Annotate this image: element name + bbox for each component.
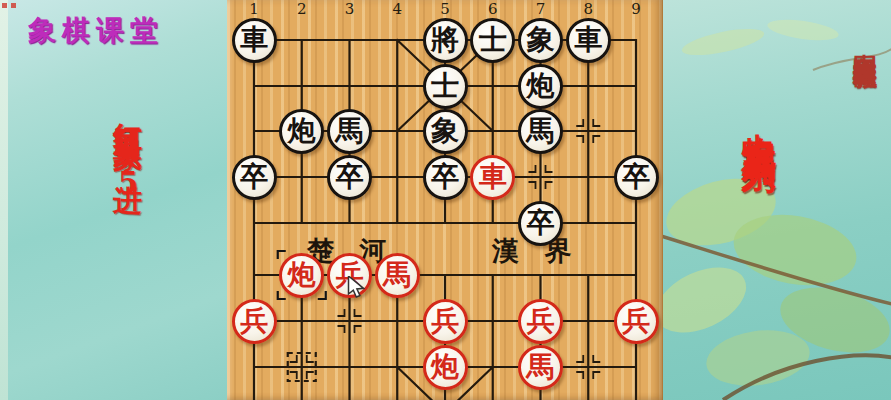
file-label-7: 7 [536, 2, 546, 17]
piece-red-f4r5[interactable]: 馬 [375, 253, 420, 298]
file-label-9: 9 [631, 2, 641, 17]
file-label-1: 1 [249, 2, 259, 17]
piece-black-f7r1[interactable]: 炮 [518, 64, 563, 109]
piece-black-f7r2[interactable]: 馬 [518, 109, 563, 154]
piece-red-f9r6[interactable]: 兵 [614, 299, 659, 344]
piece-red-f5r7[interactable]: 炮 [423, 345, 468, 390]
piece-black-f1r3[interactable]: 卒 [232, 155, 277, 200]
piece-black-f8r0[interactable]: 車 [566, 18, 611, 63]
piece-red-f6r3[interactable]: 車 [470, 155, 515, 200]
piece-red-f1r6[interactable]: 兵 [232, 299, 277, 344]
piece-black-f5r2[interactable]: 象 [423, 109, 468, 154]
piece-black-f2r2[interactable]: 炮 [279, 109, 324, 154]
piece-black-f5r0[interactable]: 將 [423, 18, 468, 63]
corner-decoration [2, 3, 18, 8]
background-right [663, 0, 891, 400]
move-caption-vertical: 红河口马黑象3进5 [108, 100, 148, 204]
piece-black-f1r0[interactable]: 車 [232, 18, 277, 63]
leaf-decoration [663, 0, 891, 400]
screenshot-root: 123456789 楚 河 漢 界 車將士象車士炮炮馬象馬卒卒卒卒卒車炮兵馬兵兵… [0, 0, 891, 400]
piece-black-f5r1[interactable]: 士 [423, 64, 468, 109]
file-label-3: 3 [345, 2, 355, 17]
piece-black-f7r0[interactable]: 象 [518, 18, 563, 63]
course-title-vertical: 中国象棋高级教程 [849, 34, 881, 50]
file-label-5: 5 [440, 2, 450, 17]
piece-red-f7r6[interactable]: 兵 [518, 299, 563, 344]
channel-title: 象棋课堂 [28, 12, 164, 50]
piece-red-f7r7[interactable]: 馬 [518, 345, 563, 390]
mouse-cursor-icon [347, 276, 365, 300]
file-label-2: 2 [297, 2, 307, 17]
series-caption-vertical: 中炮对屏风马系列 [736, 106, 782, 138]
piece-black-f9r3[interactable]: 卒 [614, 155, 659, 200]
file-label-6: 6 [488, 2, 498, 17]
piece-black-f3r2[interactable]: 馬 [327, 109, 372, 154]
piece-red-f5r6[interactable]: 兵 [423, 299, 468, 344]
piece-black-f3r3[interactable]: 卒 [327, 155, 372, 200]
file-label-8: 8 [583, 2, 593, 17]
piece-red-f2r5[interactable]: 炮 [279, 253, 324, 298]
piece-black-f6r0[interactable]: 士 [470, 18, 515, 63]
file-label-4: 4 [392, 2, 402, 17]
piece-black-f5r3[interactable]: 卒 [423, 155, 468, 200]
piece-black-f7r4[interactable]: 卒 [518, 201, 563, 246]
xiangqi-board[interactable]: 123456789 楚 河 漢 界 車將士象車士炮炮馬象馬卒卒卒卒卒車炮兵馬兵兵… [227, 0, 663, 400]
